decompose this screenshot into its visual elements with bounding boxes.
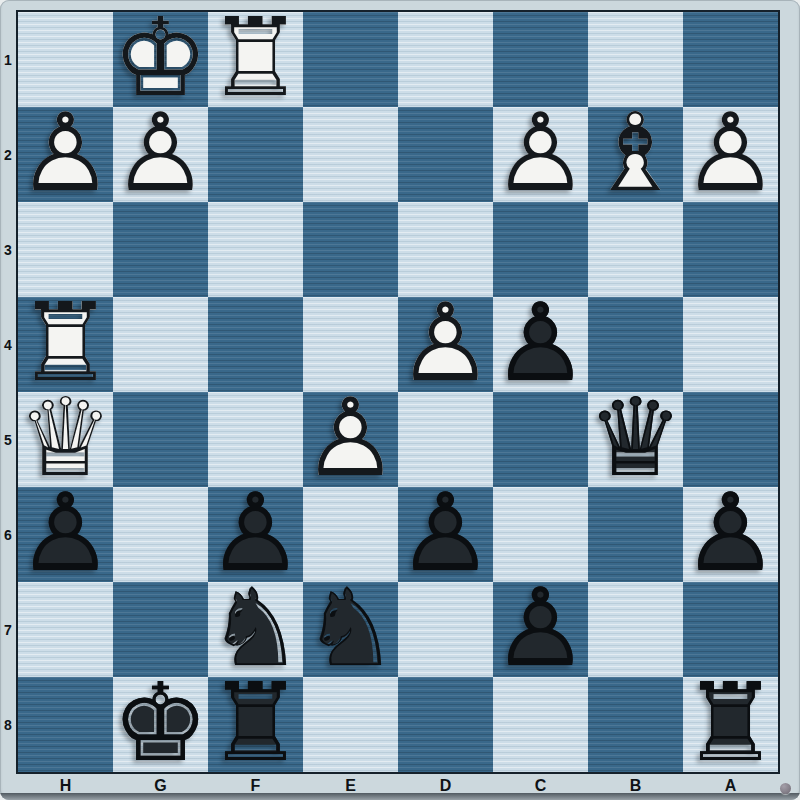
bishop-glyph-outline: ♗: [588, 105, 683, 200]
rook-glyph-outline: ♖: [18, 295, 113, 390]
pawn-glyph-outline: ♙: [398, 485, 493, 580]
square-d4[interactable]: ♟♙: [398, 297, 493, 392]
square-h7[interactable]: [18, 582, 113, 677]
square-a8[interactable]: ♜♖: [683, 677, 778, 772]
square-g8[interactable]: ♚♔: [113, 677, 208, 772]
white-king-g1[interactable]: ♚♔: [113, 12, 208, 107]
pawn-glyph-outline: ♙: [113, 105, 208, 200]
square-h4[interactable]: ♜♖: [18, 297, 113, 392]
square-d7[interactable]: [398, 582, 493, 677]
pawn-glyph-outline: ♙: [398, 295, 493, 390]
square-h1[interactable]: [18, 12, 113, 107]
king-glyph-outline: ♔: [113, 10, 208, 105]
knight-glyph-fill: ♞: [208, 580, 303, 675]
square-f5[interactable]: [208, 392, 303, 487]
rook-glyph-fill: ♜: [208, 675, 303, 770]
square-g7[interactable]: [113, 582, 208, 677]
pawn-glyph-outline: ♙: [683, 485, 778, 580]
square-d2[interactable]: [398, 107, 493, 202]
frame-bottom-edge: [0, 793, 800, 800]
square-c8[interactable]: [493, 677, 588, 772]
rank-labels: 12345678: [0, 12, 16, 772]
square-a3[interactable]: [683, 202, 778, 297]
square-e2[interactable]: [303, 107, 398, 202]
square-b2[interactable]: ♝♗: [588, 107, 683, 202]
pawn-glyph-fill: ♟: [208, 485, 303, 580]
square-g4[interactable]: [113, 297, 208, 392]
corner-dot: [780, 783, 791, 794]
square-c4[interactable]: ♟♙: [493, 297, 588, 392]
square-g5[interactable]: [113, 392, 208, 487]
white-pawn-g2[interactable]: ♟♙: [113, 107, 208, 202]
rook-glyph-fill: ♜: [208, 10, 303, 105]
square-e8[interactable]: [303, 677, 398, 772]
square-f7[interactable]: ♞♘: [208, 582, 303, 677]
pawn-glyph-fill: ♟: [493, 105, 588, 200]
square-c3[interactable]: [493, 202, 588, 297]
square-e5[interactable]: ♟♙: [303, 392, 398, 487]
white-rook-f1[interactable]: ♜♖: [208, 12, 303, 107]
square-g6[interactable]: [113, 487, 208, 582]
square-e4[interactable]: [303, 297, 398, 392]
rank-label-1: 1: [0, 12, 16, 107]
pawn-glyph-outline: ♙: [303, 390, 398, 485]
pawn-glyph-outline: ♙: [18, 485, 113, 580]
black-knight-f7[interactable]: ♞♘: [208, 582, 303, 677]
square-g3[interactable]: [113, 202, 208, 297]
square-b6[interactable]: [588, 487, 683, 582]
black-rook-a8[interactable]: ♜♖: [683, 677, 778, 772]
square-f4[interactable]: [208, 297, 303, 392]
square-f6[interactable]: ♟♙: [208, 487, 303, 582]
black-pawn-f6[interactable]: ♟♙: [208, 487, 303, 582]
square-f2[interactable]: [208, 107, 303, 202]
queen-glyph-fill: ♛: [18, 390, 113, 485]
black-king-g8[interactable]: ♚♔: [113, 677, 208, 772]
square-b5[interactable]: ♛♕: [588, 392, 683, 487]
black-queen-b5[interactable]: ♛♕: [588, 392, 683, 487]
square-h2[interactable]: ♟♙: [18, 107, 113, 202]
queen-glyph-outline: ♕: [18, 390, 113, 485]
square-c2[interactable]: ♟♙: [493, 107, 588, 202]
pawn-glyph-outline: ♙: [683, 105, 778, 200]
square-f8[interactable]: ♜♖: [208, 677, 303, 772]
square-g1[interactable]: ♚♔: [113, 12, 208, 107]
rank-label-7: 7: [0, 582, 16, 677]
square-c5[interactable]: [493, 392, 588, 487]
rank-label-4: 4: [0, 297, 16, 392]
white-pawn-h2[interactable]: ♟♙: [18, 107, 113, 202]
rook-glyph-fill: ♜: [683, 675, 778, 770]
knight-glyph-fill: ♞: [303, 580, 398, 675]
square-h6[interactable]: ♟♙: [18, 487, 113, 582]
pawn-glyph-fill: ♟: [493, 580, 588, 675]
square-d3[interactable]: [398, 202, 493, 297]
queen-glyph-fill: ♛: [588, 390, 683, 485]
square-a2[interactable]: ♟♙: [683, 107, 778, 202]
pawn-glyph-fill: ♟: [113, 105, 208, 200]
white-bishop-b2[interactable]: ♝♗: [588, 107, 683, 202]
black-pawn-c4[interactable]: ♟♙: [493, 297, 588, 392]
square-a5[interactable]: [683, 392, 778, 487]
square-b3[interactable]: [588, 202, 683, 297]
pawn-glyph-fill: ♟: [303, 390, 398, 485]
knight-glyph-outline: ♘: [303, 580, 398, 675]
rank-label-6: 6: [0, 487, 16, 582]
pawn-glyph-fill: ♟: [398, 485, 493, 580]
rank-label-5: 5: [0, 392, 16, 487]
square-e6[interactable]: [303, 487, 398, 582]
square-c6[interactable]: [493, 487, 588, 582]
square-e7[interactable]: ♞♘: [303, 582, 398, 677]
pawn-glyph-fill: ♟: [18, 105, 113, 200]
rank-label-8: 8: [0, 677, 16, 772]
bishop-glyph-fill: ♝: [588, 105, 683, 200]
king-glyph-fill: ♚: [113, 10, 208, 105]
square-e3[interactable]: [303, 202, 398, 297]
white-queen-h5[interactable]: ♛♕: [18, 392, 113, 487]
square-d6[interactable]: ♟♙: [398, 487, 493, 582]
rank-label-3: 3: [0, 202, 16, 297]
pawn-glyph-fill: ♟: [18, 485, 113, 580]
pawn-glyph-fill: ♟: [398, 295, 493, 390]
pawn-glyph-outline: ♙: [493, 105, 588, 200]
square-b1[interactable]: [588, 12, 683, 107]
square-e1[interactable]: [303, 12, 398, 107]
king-glyph-fill: ♚: [113, 675, 208, 770]
white-pawn-a2[interactable]: ♟♙: [683, 107, 778, 202]
white-rook-h4[interactable]: ♜♖: [18, 297, 113, 392]
rook-glyph-fill: ♜: [18, 295, 113, 390]
square-a7[interactable]: [683, 582, 778, 677]
black-rook-f8[interactable]: ♜♖: [208, 677, 303, 772]
white-pawn-c2[interactable]: ♟♙: [493, 107, 588, 202]
square-d5[interactable]: [398, 392, 493, 487]
rook-glyph-outline: ♖: [208, 675, 303, 770]
pawn-glyph-fill: ♟: [493, 295, 588, 390]
square-a4[interactable]: [683, 297, 778, 392]
black-pawn-c7[interactable]: ♟♙: [493, 582, 588, 677]
white-pawn-d4[interactable]: ♟♙: [398, 297, 493, 392]
black-knight-e7[interactable]: ♞♘: [303, 582, 398, 677]
square-f1[interactable]: ♜♖: [208, 12, 303, 107]
pawn-glyph-outline: ♙: [18, 105, 113, 200]
king-glyph-outline: ♔: [113, 675, 208, 770]
square-c1[interactable]: [493, 12, 588, 107]
board-frame: 12345678 ♚♔♜♖♟♙♟♙♟♙♝♗♟♙♜♖♟♙♟♙♛♕♟♙♛♕♟♙♟♙♟…: [0, 0, 800, 800]
white-pawn-e5[interactable]: ♟♙: [303, 392, 398, 487]
square-c7[interactable]: ♟♙: [493, 582, 588, 677]
pawn-glyph-fill: ♟: [683, 105, 778, 200]
rank-label-2: 2: [0, 107, 16, 202]
square-f3[interactable]: [208, 202, 303, 297]
pawn-glyph-outline: ♙: [493, 580, 588, 675]
square-d8[interactable]: [398, 677, 493, 772]
square-b7[interactable]: [588, 582, 683, 677]
pawn-glyph-outline: ♙: [493, 295, 588, 390]
square-h8[interactable]: [18, 677, 113, 772]
rook-glyph-outline: ♖: [683, 675, 778, 770]
square-a6[interactable]: ♟♙: [683, 487, 778, 582]
pawn-glyph-outline: ♙: [208, 485, 303, 580]
pawn-glyph-fill: ♟: [683, 485, 778, 580]
square-h5[interactable]: ♛♕: [18, 392, 113, 487]
square-h3[interactable]: [18, 202, 113, 297]
square-g2[interactable]: ♟♙: [113, 107, 208, 202]
square-d1[interactable]: [398, 12, 493, 107]
chess-board: ♚♔♜♖♟♙♟♙♟♙♝♗♟♙♜♖♟♙♟♙♛♕♟♙♛♕♟♙♟♙♟♙♟♙♞♘♞♘♟♙…: [16, 10, 780, 774]
black-pawn-a6[interactable]: ♟♙: [683, 487, 778, 582]
square-b4[interactable]: [588, 297, 683, 392]
rook-glyph-outline: ♖: [208, 10, 303, 105]
knight-glyph-outline: ♘: [208, 580, 303, 675]
queen-glyph-outline: ♕: [588, 390, 683, 485]
black-pawn-h6[interactable]: ♟♙: [18, 487, 113, 582]
square-a1[interactable]: [683, 12, 778, 107]
black-pawn-d6[interactable]: ♟♙: [398, 487, 493, 582]
square-b8[interactable]: [588, 677, 683, 772]
